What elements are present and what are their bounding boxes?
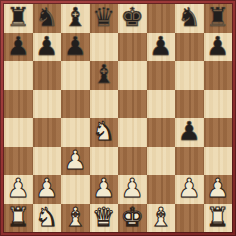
piece-black-queen[interactable]: ♛ [92, 4, 115, 32]
square-h5[interactable] [204, 90, 233, 119]
square-f1[interactable]: ♝ [147, 204, 176, 233]
piece-black-pawn[interactable]: ♟ [35, 33, 58, 61]
piece-black-knight[interactable]: ♞ [178, 4, 201, 32]
piece-white-pawn[interactable]: ♟ [206, 175, 229, 203]
square-h7[interactable]: ♟ [204, 33, 233, 62]
square-e2[interactable]: ♟ [118, 175, 147, 204]
square-c6[interactable] [61, 61, 90, 90]
square-d6[interactable]: ♝ [90, 61, 119, 90]
square-g7[interactable] [175, 33, 204, 62]
square-g2[interactable]: ♟ [175, 175, 204, 204]
square-b1[interactable]: ♞ [33, 204, 62, 233]
square-f6[interactable] [147, 61, 176, 90]
square-a4[interactable] [4, 118, 33, 147]
square-e1[interactable]: ♚ [118, 204, 147, 233]
square-e4[interactable] [118, 118, 147, 147]
square-d4[interactable]: ♞ [90, 118, 119, 147]
square-g1[interactable] [175, 204, 204, 233]
square-b7[interactable]: ♟ [33, 33, 62, 62]
square-c2[interactable] [61, 175, 90, 204]
square-c1[interactable]: ♝ [61, 204, 90, 233]
piece-black-pawn[interactable]: ♟ [64, 33, 87, 61]
square-e6[interactable] [118, 61, 147, 90]
square-f7[interactable]: ♟ [147, 33, 176, 62]
piece-black-pawn[interactable]: ♟ [206, 33, 229, 61]
piece-black-pawn[interactable]: ♟ [178, 118, 201, 146]
square-a7[interactable]: ♟ [4, 33, 33, 62]
square-a3[interactable] [4, 147, 33, 176]
piece-black-pawn[interactable]: ♟ [7, 33, 30, 61]
piece-black-bishop[interactable]: ♝ [92, 61, 115, 89]
square-a8[interactable]: ♜ [4, 4, 33, 33]
piece-white-pawn[interactable]: ♟ [64, 147, 87, 175]
chess-board[interactable]: ♜♞♝♛♚♞♜♟♟♟♟♟♝♞♟♟♟♟♟♟♟♟♜♞♝♛♚♝♜ [4, 4, 232, 232]
piece-black-bishop[interactable]: ♝ [64, 4, 87, 32]
square-g3[interactable] [175, 147, 204, 176]
square-h3[interactable] [204, 147, 233, 176]
piece-white-queen[interactable]: ♛ [92, 204, 115, 232]
piece-black-pawn[interactable]: ♟ [149, 33, 172, 61]
square-f4[interactable] [147, 118, 176, 147]
square-f5[interactable] [147, 90, 176, 119]
piece-white-rook[interactable]: ♜ [7, 204, 30, 232]
square-g6[interactable] [175, 61, 204, 90]
square-g4[interactable]: ♟ [175, 118, 204, 147]
piece-white-pawn[interactable]: ♟ [7, 175, 30, 203]
piece-white-rook[interactable]: ♜ [206, 204, 229, 232]
square-f3[interactable] [147, 147, 176, 176]
square-e7[interactable] [118, 33, 147, 62]
square-b5[interactable] [33, 90, 62, 119]
piece-white-knight[interactable]: ♞ [92, 118, 115, 146]
square-d5[interactable] [90, 90, 119, 119]
square-e3[interactable] [118, 147, 147, 176]
square-e5[interactable] [118, 90, 147, 119]
piece-black-knight[interactable]: ♞ [35, 4, 58, 32]
piece-white-pawn[interactable]: ♟ [121, 175, 144, 203]
square-d1[interactable]: ♛ [90, 204, 119, 233]
square-b6[interactable] [33, 61, 62, 90]
square-d7[interactable] [90, 33, 119, 62]
piece-white-king[interactable]: ♚ [121, 204, 144, 232]
piece-white-pawn[interactable]: ♟ [92, 175, 115, 203]
board-frame: ♜♞♝♛♚♞♜♟♟♟♟♟♝♞♟♟♟♟♟♟♟♟♜♞♝♛♚♝♜ [0, 0, 236, 236]
square-g5[interactable] [175, 90, 204, 119]
square-d3[interactable] [90, 147, 119, 176]
square-a2[interactable]: ♟ [4, 175, 33, 204]
square-h6[interactable] [204, 61, 233, 90]
square-a5[interactable] [4, 90, 33, 119]
square-h1[interactable]: ♜ [204, 204, 233, 233]
square-c4[interactable] [61, 118, 90, 147]
piece-white-pawn[interactable]: ♟ [35, 175, 58, 203]
piece-black-rook[interactable]: ♜ [206, 4, 229, 32]
piece-black-king[interactable]: ♚ [121, 4, 144, 32]
square-d8[interactable]: ♛ [90, 4, 119, 33]
square-f2[interactable] [147, 175, 176, 204]
square-b4[interactable] [33, 118, 62, 147]
square-b3[interactable] [33, 147, 62, 176]
piece-black-rook[interactable]: ♜ [7, 4, 30, 32]
piece-white-knight[interactable]: ♞ [35, 204, 58, 232]
square-a1[interactable]: ♜ [4, 204, 33, 233]
square-h2[interactable]: ♟ [204, 175, 233, 204]
square-h8[interactable]: ♜ [204, 4, 233, 33]
piece-white-pawn[interactable]: ♟ [178, 175, 201, 203]
square-e8[interactable]: ♚ [118, 4, 147, 33]
square-a6[interactable] [4, 61, 33, 90]
square-c5[interactable] [61, 90, 90, 119]
square-c8[interactable]: ♝ [61, 4, 90, 33]
piece-white-bishop[interactable]: ♝ [149, 204, 172, 232]
square-g8[interactable]: ♞ [175, 4, 204, 33]
square-h4[interactable] [204, 118, 233, 147]
square-f8[interactable] [147, 4, 176, 33]
square-b8[interactable]: ♞ [33, 4, 62, 33]
piece-white-bishop[interactable]: ♝ [64, 204, 87, 232]
square-c7[interactable]: ♟ [61, 33, 90, 62]
square-d2[interactable]: ♟ [90, 175, 119, 204]
square-b2[interactable]: ♟ [33, 175, 62, 204]
square-c3[interactable]: ♟ [61, 147, 90, 176]
